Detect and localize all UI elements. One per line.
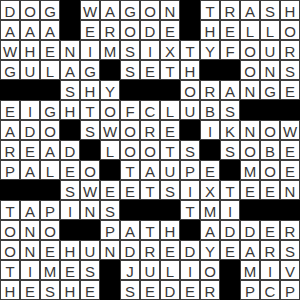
crossword-cell[interactable]: P bbox=[0, 160, 20, 180]
crossword-cell[interactable]: E bbox=[200, 160, 220, 180]
cell-letter: O bbox=[104, 103, 116, 118]
crossword-cell[interactable]: R bbox=[260, 240, 280, 260]
block-cell bbox=[200, 140, 220, 160]
cell-letter: R bbox=[145, 243, 156, 258]
crossword-cell[interactable]: U bbox=[260, 40, 280, 60]
crossword-cell[interactable]: K bbox=[220, 120, 240, 140]
crossword-cell[interactable]: S bbox=[80, 120, 100, 140]
cell-letter: P bbox=[45, 203, 55, 218]
crossword-cell[interactable]: O bbox=[120, 20, 140, 40]
crossword-cell[interactable]: A bbox=[220, 80, 240, 100]
block-cell bbox=[60, 0, 80, 20]
crossword-cell[interactable]: T bbox=[80, 100, 100, 120]
crossword-cell[interactable]: U bbox=[140, 260, 160, 280]
crossword-cell[interactable]: I bbox=[180, 180, 200, 200]
cell-letter: U bbox=[265, 43, 276, 58]
block-cell bbox=[240, 100, 260, 120]
cell-letter: T bbox=[145, 223, 154, 238]
crossword-cell[interactable]: U bbox=[80, 240, 100, 260]
cell-letter: G bbox=[44, 3, 56, 18]
cell-letter: B bbox=[205, 103, 215, 118]
cell-letter: B bbox=[265, 143, 275, 158]
crossword-cell[interactable]: S bbox=[280, 240, 300, 260]
crossword-cell[interactable]: N bbox=[60, 40, 80, 60]
crossword-cell[interactable]: A bbox=[120, 220, 140, 240]
crossword-cell[interactable]: E bbox=[280, 160, 300, 180]
crossword-cell[interactable]: D bbox=[20, 120, 40, 140]
cell-letter: E bbox=[25, 143, 35, 158]
cell-letter: W bbox=[103, 123, 117, 138]
cell-letter: V bbox=[285, 263, 295, 278]
cell-letter: L bbox=[166, 103, 174, 118]
cell-letter: N bbox=[105, 243, 116, 258]
block-cell bbox=[80, 220, 100, 240]
cell-letter: L bbox=[46, 63, 54, 78]
crossword-cell[interactable]: R bbox=[140, 240, 160, 260]
crossword-cell[interactable]: H bbox=[200, 20, 220, 40]
crossword-cell[interactable]: U bbox=[160, 160, 180, 180]
crossword-cell[interactable]: O bbox=[80, 160, 100, 180]
crossword-cell[interactable]: A bbox=[20, 20, 40, 40]
cell-letter: I bbox=[188, 183, 192, 198]
crossword-cell[interactable]: C bbox=[140, 100, 160, 120]
crossword-cell[interactable]: E bbox=[40, 40, 60, 60]
cell-letter: R bbox=[5, 143, 16, 158]
crossword-cell[interactable]: A bbox=[20, 200, 40, 220]
crossword-cell[interactable]: O bbox=[200, 260, 220, 280]
crossword-cell[interactable]: S bbox=[40, 280, 60, 300]
crossword-cell[interactable]: T bbox=[160, 60, 180, 80]
crossword-cell[interactable]: T bbox=[0, 260, 20, 280]
cell-letter: O bbox=[264, 123, 276, 138]
crossword-cell[interactable]: R bbox=[280, 40, 300, 60]
cell-letter: I bbox=[88, 43, 92, 58]
cell-letter: T bbox=[165, 63, 174, 78]
crossword-cell[interactable]: H bbox=[0, 280, 20, 300]
crossword-cell[interactable]: G bbox=[40, 100, 60, 120]
crossword-cell[interactable]: E bbox=[260, 180, 280, 200]
crossword-cell[interactable]: G bbox=[40, 0, 60, 20]
cell-letter: W bbox=[3, 43, 17, 58]
crossword-cell[interactable]: E bbox=[240, 180, 260, 200]
crossword-cell[interactable]: E bbox=[220, 20, 240, 40]
crossword-cell[interactable]: I bbox=[260, 260, 280, 280]
crossword-cell[interactable]: N bbox=[280, 180, 300, 200]
crossword-cell[interactable]: E bbox=[60, 260, 80, 280]
crossword-cell[interactable]: Y bbox=[200, 240, 220, 260]
cell-letter: M bbox=[204, 203, 217, 218]
crossword-cell[interactable]: E bbox=[280, 80, 300, 100]
crossword-cell[interactable]: T bbox=[140, 180, 160, 200]
crossword-cell[interactable]: D bbox=[140, 20, 160, 40]
crossword-cell[interactable]: G bbox=[80, 60, 100, 80]
cell-letter: A bbox=[25, 163, 35, 178]
cell-letter: M bbox=[104, 43, 117, 58]
crossword-cell[interactable]: A bbox=[240, 240, 260, 260]
cell-letter: O bbox=[24, 3, 36, 18]
crossword-cell[interactable]: E bbox=[20, 280, 40, 300]
crossword-cell[interactable]: D bbox=[180, 240, 200, 260]
crossword-cell[interactable]: I bbox=[20, 100, 40, 120]
crossword-cell[interactable]: A bbox=[0, 120, 20, 140]
crossword-cell[interactable]: C bbox=[260, 280, 280, 300]
crossword-cell[interactable]: O bbox=[260, 120, 280, 140]
cell-letter: O bbox=[44, 223, 56, 238]
cell-letter: D bbox=[65, 143, 76, 158]
cell-letter: O bbox=[124, 123, 136, 138]
crossword-cell[interactable]: S bbox=[120, 280, 140, 300]
crossword-cell[interactable]: W bbox=[0, 40, 20, 60]
crossword-cell[interactable]: I bbox=[20, 260, 40, 280]
crossword-cell[interactable]: A bbox=[100, 0, 120, 20]
crossword-cell[interactable]: I bbox=[180, 260, 200, 280]
crossword-cell[interactable]: D bbox=[0, 0, 20, 20]
crossword-cell[interactable]: R bbox=[200, 280, 220, 300]
crossword-cell[interactable]: W bbox=[280, 120, 300, 140]
crossword-cell[interactable]: O bbox=[140, 140, 160, 160]
block-cell bbox=[240, 200, 260, 220]
crossword-cell[interactable]: S bbox=[60, 180, 80, 200]
crossword-cell[interactable]: S bbox=[220, 100, 240, 120]
cell-letter: W bbox=[83, 3, 97, 18]
cell-letter: O bbox=[124, 23, 136, 38]
cell-letter: T bbox=[5, 203, 14, 218]
cell-letter: E bbox=[205, 163, 215, 178]
crossword-cell[interactable]: R bbox=[0, 140, 20, 160]
crossword-cell[interactable]: O bbox=[120, 140, 140, 160]
cell-letter: E bbox=[45, 43, 55, 58]
crossword-cell[interactable]: S bbox=[120, 40, 140, 60]
crossword-cell[interactable]: P bbox=[100, 220, 120, 240]
cell-letter: D bbox=[25, 123, 36, 138]
crossword-cell[interactable]: Y bbox=[100, 80, 120, 100]
cell-letter: H bbox=[285, 3, 296, 18]
cell-letter: M bbox=[244, 163, 257, 178]
crossword-cell[interactable]: N bbox=[80, 200, 100, 220]
crossword-cell[interactable]: E bbox=[100, 180, 120, 200]
crossword-cell[interactable]: D bbox=[160, 280, 180, 300]
crossword-cell[interactable]: R bbox=[140, 120, 160, 140]
crossword-cell[interactable]: E bbox=[220, 240, 240, 260]
crossword-cell[interactable]: A bbox=[40, 140, 60, 160]
crossword-cell[interactable]: H bbox=[80, 80, 100, 100]
crossword-cell[interactable]: W bbox=[80, 0, 100, 20]
block-cell bbox=[220, 60, 240, 80]
crossword-cell[interactable]: H bbox=[180, 60, 200, 80]
crossword-cell[interactable]: O bbox=[260, 160, 280, 180]
crossword-cell[interactable]: R bbox=[280, 220, 300, 240]
crossword-cell[interactable]: I bbox=[220, 200, 240, 220]
cell-letter: E bbox=[65, 263, 75, 278]
crossword-cell[interactable]: E bbox=[20, 140, 40, 160]
cell-letter: N bbox=[25, 243, 36, 258]
crossword-cell[interactable]: P bbox=[280, 280, 300, 300]
cell-letter: O bbox=[4, 223, 16, 238]
cell-letter: A bbox=[65, 63, 75, 78]
crossword-cell[interactable]: V bbox=[280, 260, 300, 280]
crossword-cell[interactable]: N bbox=[100, 240, 120, 260]
cell-letter: T bbox=[225, 183, 234, 198]
crossword-cell[interactable]: H bbox=[160, 220, 180, 240]
crossword-cell[interactable]: L bbox=[40, 160, 60, 180]
crossword-cell[interactable]: I bbox=[200, 120, 220, 140]
crossword-cell[interactable]: J bbox=[120, 260, 140, 280]
crossword-cell[interactable]: A bbox=[240, 0, 260, 20]
cell-letter: D bbox=[125, 243, 136, 258]
crossword-cell[interactable]: E bbox=[160, 20, 180, 40]
crossword-cell[interactable]: S bbox=[120, 60, 140, 80]
cell-letter: P bbox=[5, 163, 15, 178]
crossword-cell[interactable]: P bbox=[180, 160, 200, 180]
cell-letter: E bbox=[185, 283, 195, 298]
crossword-cell[interactable]: N bbox=[20, 220, 40, 240]
crossword-cell[interactable]: O bbox=[100, 100, 120, 120]
crossword-cell[interactable]: L bbox=[160, 100, 180, 120]
cell-letter: A bbox=[145, 163, 155, 178]
crossword-cell[interactable]: D bbox=[120, 240, 140, 260]
block-cell bbox=[160, 80, 180, 100]
cell-letter: R bbox=[145, 123, 156, 138]
crossword-cell[interactable]: M bbox=[240, 260, 260, 280]
crossword-cell[interactable]: X bbox=[200, 180, 220, 200]
crossword-cell[interactable]: N bbox=[160, 0, 180, 20]
crossword-cell[interactable]: H bbox=[60, 100, 80, 120]
cell-letter: O bbox=[244, 143, 256, 158]
crossword-cell[interactable]: G bbox=[260, 80, 280, 100]
crossword-cell[interactable]: O bbox=[0, 240, 20, 260]
cell-letter: L bbox=[246, 23, 254, 38]
crossword-cell[interactable]: B bbox=[260, 140, 280, 160]
cell-letter: R bbox=[265, 243, 276, 258]
crossword-cell[interactable]: L bbox=[160, 260, 180, 280]
crossword-cell[interactable]: X bbox=[160, 40, 180, 60]
block-cell bbox=[280, 200, 300, 220]
crossword-cell[interactable]: L bbox=[260, 20, 280, 40]
crossword-cell[interactable]: S bbox=[160, 180, 180, 200]
crossword-cell[interactable]: M bbox=[100, 40, 120, 60]
block-cell bbox=[20, 180, 40, 200]
crossword-cell[interactable]: F bbox=[120, 100, 140, 120]
crossword-cell[interactable]: A bbox=[200, 220, 220, 240]
crossword-cell[interactable]: E bbox=[40, 240, 60, 260]
crossword-cell[interactable]: S bbox=[260, 0, 280, 20]
crossword-cell[interactable]: I bbox=[60, 200, 80, 220]
cell-letter: W bbox=[83, 183, 97, 198]
crossword-cell[interactable]: T bbox=[160, 140, 180, 160]
crossword-cell[interactable]: T bbox=[180, 40, 200, 60]
block-cell bbox=[280, 100, 300, 120]
crossword-cell[interactable]: D bbox=[240, 220, 260, 240]
cell-letter: T bbox=[205, 3, 214, 18]
cell-letter: S bbox=[125, 63, 135, 78]
crossword-cell[interactable]: Y bbox=[200, 40, 220, 60]
crossword-cell[interactable]: E bbox=[160, 240, 180, 260]
cell-letter: E bbox=[5, 103, 15, 118]
crossword-cell[interactable]: E bbox=[280, 140, 300, 160]
cell-letter: E bbox=[145, 63, 155, 78]
crossword-cell[interactable]: E bbox=[0, 100, 20, 120]
cell-letter: E bbox=[245, 183, 255, 198]
crossword-cell[interactable]: D bbox=[60, 140, 80, 160]
block-cell bbox=[60, 220, 80, 240]
crossword-cell[interactable]: E bbox=[80, 280, 100, 300]
cell-letter: L bbox=[46, 163, 54, 178]
crossword-cell[interactable]: T bbox=[0, 200, 20, 220]
cell-letter: I bbox=[28, 263, 32, 278]
cell-letter: E bbox=[85, 23, 95, 38]
crossword-cell[interactable]: W bbox=[80, 180, 100, 200]
crossword-cell[interactable]: U bbox=[180, 100, 200, 120]
cell-letter: X bbox=[205, 183, 215, 198]
crossword-cell[interactable]: T bbox=[220, 180, 240, 200]
cell-letter: U bbox=[185, 103, 196, 118]
crossword-cell[interactable]: E bbox=[260, 220, 280, 240]
cell-letter: I bbox=[68, 203, 72, 218]
crossword-cell[interactable]: T bbox=[120, 160, 140, 180]
cell-letter: O bbox=[44, 123, 56, 138]
crossword-cell[interactable]: H bbox=[280, 0, 300, 20]
crossword-cell[interactable]: O bbox=[240, 140, 260, 160]
crossword-cell[interactable]: R bbox=[200, 80, 220, 100]
cell-letter: E bbox=[285, 143, 295, 158]
cell-letter: A bbox=[205, 223, 215, 238]
crossword-cell[interactable]: S bbox=[80, 260, 100, 280]
crossword-cell[interactable]: O bbox=[280, 20, 300, 40]
cell-letter: Y bbox=[205, 243, 215, 258]
crossword-cell[interactable]: E bbox=[140, 280, 160, 300]
cell-letter: E bbox=[65, 163, 75, 178]
crossword-cell[interactable]: S bbox=[60, 80, 80, 100]
cell-letter: P bbox=[245, 283, 255, 298]
crossword-cell[interactable]: L bbox=[40, 60, 60, 80]
crossword-cell[interactable]: N bbox=[260, 60, 280, 80]
crossword-cell[interactable]: E bbox=[180, 280, 200, 300]
block-cell bbox=[100, 60, 120, 80]
cell-letter: E bbox=[25, 283, 35, 298]
crossword-cell[interactable]: S bbox=[220, 140, 240, 160]
cell-letter: A bbox=[25, 203, 35, 218]
crossword-cell[interactable]: P bbox=[40, 200, 60, 220]
crossword-cell[interactable]: E bbox=[120, 180, 140, 200]
crossword-cell[interactable]: O bbox=[40, 120, 60, 140]
block-cell bbox=[180, 0, 200, 20]
block-cell bbox=[60, 20, 80, 40]
cell-letter: R bbox=[205, 83, 216, 98]
cell-letter: A bbox=[225, 83, 235, 98]
crossword-cell[interactable]: S bbox=[100, 200, 120, 220]
crossword-cell[interactable]: S bbox=[180, 140, 200, 160]
crossword-cell[interactable]: I bbox=[140, 40, 160, 60]
crossword-cell[interactable]: F bbox=[220, 40, 240, 60]
crossword-cell[interactable]: N bbox=[240, 120, 260, 140]
cell-letter: N bbox=[85, 203, 96, 218]
cell-letter: O bbox=[204, 263, 216, 278]
crossword-cell[interactable]: E bbox=[160, 120, 180, 140]
crossword-cell[interactable]: A bbox=[20, 160, 40, 180]
cell-letter: N bbox=[285, 183, 296, 198]
cell-letter: S bbox=[225, 103, 235, 118]
crossword-cell[interactable]: N bbox=[20, 240, 40, 260]
crossword-cell[interactable]: B bbox=[200, 100, 220, 120]
block-cell bbox=[0, 180, 20, 200]
crossword-cell[interactable]: L bbox=[240, 20, 260, 40]
crossword-cell[interactable]: O bbox=[120, 120, 140, 140]
cell-letter: E bbox=[225, 243, 235, 258]
crossword-cell[interactable]: G bbox=[0, 60, 20, 80]
crossword-cell[interactable]: R bbox=[100, 20, 120, 40]
crossword-cell[interactable]: L bbox=[100, 140, 120, 160]
crossword-cell[interactable]: O bbox=[0, 220, 20, 240]
crossword-cell[interactable]: T bbox=[200, 0, 220, 20]
crossword-cell[interactable]: O bbox=[40, 220, 60, 240]
block-cell bbox=[40, 180, 60, 200]
cell-letter: H bbox=[185, 63, 196, 78]
crossword-cell[interactable]: M bbox=[240, 160, 260, 180]
block-cell bbox=[120, 200, 140, 220]
crossword-cell[interactable]: I bbox=[80, 40, 100, 60]
crossword-cell[interactable]: M bbox=[200, 200, 220, 220]
cell-letter: T bbox=[185, 43, 194, 58]
crossword-cell[interactable]: A bbox=[140, 160, 160, 180]
cell-letter: H bbox=[85, 83, 96, 98]
crossword-cell[interactable]: H bbox=[60, 240, 80, 260]
crossword-cell[interactable]: O bbox=[20, 0, 40, 20]
crossword-cell[interactable]: T bbox=[180, 200, 200, 220]
cell-letter: E bbox=[265, 183, 275, 198]
cell-letter: O bbox=[284, 23, 296, 38]
crossword-cell[interactable]: W bbox=[100, 120, 120, 140]
crossword-cell[interactable]: E bbox=[80, 20, 100, 40]
crossword-cell[interactable]: R bbox=[220, 0, 240, 20]
cell-letter: H bbox=[65, 243, 76, 258]
crossword-cell[interactable]: O bbox=[240, 60, 260, 80]
cell-letter: T bbox=[185, 203, 194, 218]
crossword-cell[interactable]: O bbox=[240, 40, 260, 60]
crossword-cell[interactable]: G bbox=[120, 0, 140, 20]
crossword-cell[interactable]: H bbox=[20, 40, 40, 60]
crossword-cell[interactable]: A bbox=[60, 60, 80, 80]
crossword-cell[interactable]: O bbox=[180, 80, 200, 100]
cell-letter: S bbox=[105, 203, 115, 218]
cell-letter: N bbox=[165, 3, 176, 18]
crossword-cell[interactable]: A bbox=[40, 20, 60, 40]
cell-letter: R bbox=[285, 223, 296, 238]
cell-letter: N bbox=[245, 83, 256, 98]
crossword-cell[interactable]: O bbox=[140, 0, 160, 20]
cell-letter: O bbox=[244, 63, 256, 78]
cell-letter: S bbox=[125, 283, 135, 298]
cell-letter: H bbox=[65, 283, 76, 298]
crossword-cell[interactable]: M bbox=[40, 260, 60, 280]
crossword-cell[interactable]: U bbox=[20, 60, 40, 80]
crossword-cell[interactable]: E bbox=[60, 160, 80, 180]
crossword-cell[interactable]: D bbox=[220, 220, 240, 240]
crossword-cell[interactable]: N bbox=[240, 80, 260, 100]
cell-letter: D bbox=[5, 3, 16, 18]
crossword-cell[interactable]: H bbox=[60, 280, 80, 300]
cell-letter: A bbox=[45, 143, 55, 158]
cell-letter: A bbox=[25, 23, 35, 38]
cell-letter: E bbox=[285, 163, 295, 178]
cell-letter: S bbox=[65, 83, 75, 98]
crossword-cell[interactable]: A bbox=[0, 20, 20, 40]
crossword-cell[interactable]: T bbox=[140, 220, 160, 240]
crossword-cell[interactable]: E bbox=[140, 60, 160, 80]
crossword-cell[interactable]: S bbox=[280, 60, 300, 80]
crossword-cell[interactable]: P bbox=[240, 280, 260, 300]
cell-letter: S bbox=[85, 263, 95, 278]
block-cell bbox=[200, 60, 220, 80]
